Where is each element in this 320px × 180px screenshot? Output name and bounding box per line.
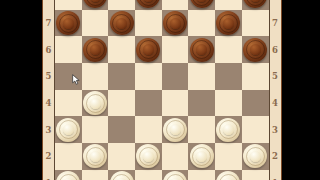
square-b5 <box>82 63 109 90</box>
square-c1[interactable] <box>108 170 135 180</box>
dark-piece-b8[interactable] <box>83 0 107 8</box>
rank-label: 5 <box>43 63 54 90</box>
square-a7[interactable] <box>55 10 82 37</box>
square-a6 <box>55 36 82 63</box>
square-f4[interactable] <box>188 90 215 117</box>
square-b8[interactable] <box>82 0 109 10</box>
square-f2[interactable] <box>188 143 215 170</box>
square-b2[interactable] <box>82 143 109 170</box>
square-h5 <box>242 63 269 90</box>
square-e5[interactable] <box>162 63 189 90</box>
square-c4 <box>108 90 135 117</box>
square-c6 <box>108 36 135 63</box>
square-f1 <box>188 170 215 180</box>
rank-label: 6 <box>270 36 281 63</box>
square-d2[interactable] <box>135 143 162 170</box>
square-d6[interactable] <box>135 36 162 63</box>
dark-piece-g7[interactable] <box>216 11 240 35</box>
square-e8 <box>162 0 189 10</box>
dark-piece-a7[interactable] <box>56 11 80 35</box>
square-f5 <box>188 63 215 90</box>
square-f7 <box>188 10 215 37</box>
rank-label: 7 <box>270 10 281 37</box>
square-g7[interactable] <box>215 10 242 37</box>
rank-label: 2 <box>43 143 54 170</box>
light-piece-e3[interactable] <box>163 118 187 142</box>
rank-label: 5 <box>270 63 281 90</box>
square-a4 <box>55 90 82 117</box>
square-e3[interactable] <box>162 116 189 143</box>
square-g5[interactable] <box>215 63 242 90</box>
rank-labels-right: 87654321 <box>270 0 281 180</box>
square-c2 <box>108 143 135 170</box>
dark-piece-c7[interactable] <box>110 11 134 35</box>
light-piece-b4[interactable] <box>83 91 107 115</box>
square-c7[interactable] <box>108 10 135 37</box>
dark-piece-d6[interactable] <box>136 38 160 62</box>
square-c5[interactable] <box>108 63 135 90</box>
square-b1 <box>82 170 109 180</box>
square-f3 <box>188 116 215 143</box>
square-a2 <box>55 143 82 170</box>
square-e1[interactable] <box>162 170 189 180</box>
square-f6[interactable] <box>188 36 215 63</box>
board-grid[interactable] <box>54 0 270 180</box>
square-c8 <box>108 0 135 10</box>
square-e4 <box>162 90 189 117</box>
square-b7 <box>82 10 109 37</box>
square-h4[interactable] <box>242 90 269 117</box>
rank-label: 4 <box>43 90 54 117</box>
light-piece-e1[interactable] <box>163 171 187 180</box>
square-h3 <box>242 116 269 143</box>
square-h2[interactable] <box>242 143 269 170</box>
light-piece-a1[interactable] <box>56 171 80 180</box>
square-g8 <box>215 0 242 10</box>
dark-piece-f8[interactable] <box>190 0 214 8</box>
square-h8[interactable] <box>242 0 269 10</box>
light-piece-h2[interactable] <box>243 144 267 168</box>
square-f8[interactable] <box>188 0 215 10</box>
dark-piece-h6[interactable] <box>243 38 267 62</box>
light-piece-g1[interactable] <box>216 171 240 180</box>
square-h7 <box>242 10 269 37</box>
square-d1 <box>135 170 162 180</box>
rank-label: 8 <box>43 0 54 10</box>
square-e6 <box>162 36 189 63</box>
square-d7 <box>135 10 162 37</box>
square-g4 <box>215 90 242 117</box>
square-g3[interactable] <box>215 116 242 143</box>
square-b4[interactable] <box>82 90 109 117</box>
light-piece-g3[interactable] <box>216 118 240 142</box>
light-piece-d2[interactable] <box>136 144 160 168</box>
square-c3[interactable] <box>108 116 135 143</box>
square-e2 <box>162 143 189 170</box>
rank-label: 7 <box>43 10 54 37</box>
dark-piece-b6[interactable] <box>83 38 107 62</box>
square-d8[interactable] <box>135 0 162 10</box>
square-h6[interactable] <box>242 36 269 63</box>
rank-label: 4 <box>270 90 281 117</box>
rank-label: 3 <box>270 116 281 143</box>
dark-piece-e7[interactable] <box>163 11 187 35</box>
square-g2 <box>215 143 242 170</box>
light-piece-a3[interactable] <box>56 118 80 142</box>
square-b6[interactable] <box>82 36 109 63</box>
square-e7[interactable] <box>162 10 189 37</box>
square-h1 <box>242 170 269 180</box>
app-window: 87654321 87654321 <box>0 0 320 180</box>
rank-label: 2 <box>270 143 281 170</box>
rank-label: 1 <box>43 170 54 180</box>
rank-label: 8 <box>270 0 281 10</box>
mouse-cursor <box>72 74 80 86</box>
square-d5 <box>135 63 162 90</box>
square-d3 <box>135 116 162 143</box>
light-piece-b2[interactable] <box>83 144 107 168</box>
square-g6 <box>215 36 242 63</box>
dark-piece-d8[interactable] <box>136 0 160 8</box>
square-a1[interactable] <box>55 170 82 180</box>
square-b3 <box>82 116 109 143</box>
light-piece-c1[interactable] <box>110 171 134 180</box>
rank-label: 3 <box>43 116 54 143</box>
checkers-board: 87654321 87654321 <box>42 0 282 180</box>
rank-labels-left: 87654321 <box>43 0 54 180</box>
square-a3[interactable] <box>55 116 82 143</box>
square-d4[interactable] <box>135 90 162 117</box>
square-a8 <box>55 0 82 10</box>
light-piece-f2[interactable] <box>190 144 214 168</box>
rank-label: 6 <box>43 36 54 63</box>
rank-label: 1 <box>270 170 281 180</box>
dark-piece-h8[interactable] <box>243 0 267 8</box>
square-g1[interactable] <box>215 170 242 180</box>
dark-piece-f6[interactable] <box>190 38 214 62</box>
